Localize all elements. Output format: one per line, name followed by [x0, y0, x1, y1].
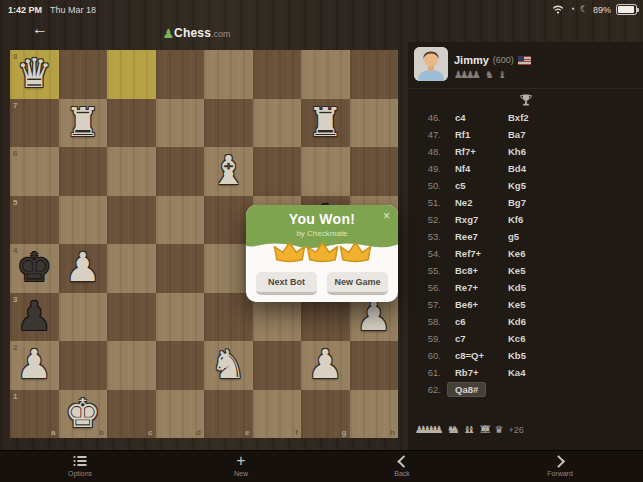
- game-panel: Jimmy (600) ♟♟♟♟♞♝ 46.c4Bxf247.Rf1Ba748.…: [408, 42, 643, 450]
- square-d3[interactable]: [156, 293, 205, 342]
- square-b7[interactable]: ♜: [59, 99, 108, 148]
- move-number: 62.: [418, 384, 441, 395]
- crown-icon: [338, 240, 373, 264]
- move-row: 57.Be6+Ke5: [408, 296, 643, 313]
- square-h1[interactable]: h: [350, 390, 399, 439]
- square-d2[interactable]: [156, 341, 205, 390]
- plus-icon: +: [236, 455, 245, 467]
- black-move[interactable]: Bd4: [508, 163, 526, 174]
- piece-white-bishop[interactable]: ♝: [210, 150, 246, 190]
- opponent-name[interactable]: Jimmy: [454, 54, 489, 66]
- piece-white-pawn[interactable]: ♟: [65, 247, 101, 287]
- move-row: 54.Ref7+Ke6: [408, 245, 643, 262]
- square-e6[interactable]: ♝: [204, 147, 253, 196]
- move-row: 47.Rf1Ba7: [408, 126, 643, 143]
- square-e3[interactable]: [204, 293, 253, 342]
- clock-time: 1:42 PM: [8, 5, 42, 15]
- black-move[interactable]: Ba7: [508, 129, 525, 140]
- square-f1[interactable]: f: [253, 390, 302, 439]
- back-label: Back: [394, 470, 410, 477]
- white-move[interactable]: c4: [455, 112, 508, 123]
- move-number: 47.: [418, 129, 441, 140]
- material-advantage: +26: [509, 425, 524, 435]
- captured-piece-group: ♝: [498, 69, 507, 80]
- square-f6[interactable]: [253, 147, 302, 196]
- square-g1[interactable]: g: [301, 390, 350, 439]
- white-move[interactable]: Nf4: [455, 163, 508, 174]
- move-number: 59.: [418, 333, 441, 344]
- white-move[interactable]: Bc8+: [455, 265, 508, 276]
- app-screen: 1:42 PM Thu Mar 18 ◔ ☾ 89% ← ♟Chess.com …: [0, 0, 643, 482]
- options-label: Options: [68, 470, 92, 477]
- black-move[interactable]: Ke5: [508, 265, 525, 276]
- options-button[interactable]: Options: [68, 454, 92, 477]
- black-move[interactable]: g5: [508, 231, 519, 242]
- square-b1[interactable]: b♚: [59, 390, 108, 439]
- battery-percent: 89%: [593, 5, 611, 15]
- square-h6[interactable]: [350, 147, 399, 196]
- piece-white-rook[interactable]: ♜: [65, 102, 101, 142]
- file-label-g: g: [342, 428, 347, 437]
- white-move[interactable]: c8=Q+: [455, 350, 508, 361]
- square-f7[interactable]: [253, 99, 302, 148]
- do-not-disturb-icon: ☾: [580, 5, 588, 14]
- white-move[interactable]: Rxg7: [455, 214, 508, 225]
- square-c6[interactable]: [107, 147, 156, 196]
- logo-text: Chess: [174, 26, 211, 40]
- captured-piece-group: ♟♟♟♟♟♟: [415, 424, 444, 435]
- chesscom-logo: ♟Chess.com: [0, 23, 393, 41]
- square-d6[interactable]: [156, 147, 205, 196]
- square-e8[interactable]: [204, 50, 253, 99]
- square-c2[interactable]: [107, 341, 156, 390]
- captured-piece-group: ♞♞: [447, 424, 460, 435]
- move-number: 57.: [418, 299, 441, 310]
- move-row: 46.c4Bxf2: [408, 109, 643, 126]
- file-label-f: f: [295, 428, 298, 437]
- black-move[interactable]: Kb5: [508, 350, 526, 361]
- white-move[interactable]: c6: [455, 316, 508, 327]
- square-a1[interactable]: 1a: [10, 390, 59, 439]
- white-move[interactable]: Rf1: [455, 129, 508, 140]
- square-e1[interactable]: e: [204, 390, 253, 439]
- rank-label-5: 5: [13, 198, 17, 207]
- piece-white-pawn[interactable]: ♟: [307, 344, 343, 384]
- square-a8[interactable]: 8♛: [10, 50, 59, 99]
- wifi-icon: [552, 5, 564, 14]
- clock-date: Thu Mar 18: [50, 5, 96, 15]
- white-move[interactable]: Re7+: [455, 282, 508, 293]
- move-list: 46.c4Bxf247.Rf1Ba748.Rf7+Kh649.Nf4Bd450.…: [408, 88, 643, 398]
- us-flag-icon: [518, 56, 531, 65]
- next-bot-button[interactable]: Next Bot: [256, 272, 317, 295]
- logo-tld: .com: [211, 29, 231, 39]
- square-b6[interactable]: [59, 147, 108, 196]
- rank-label-6: 6: [13, 149, 17, 158]
- black-move[interactable]: Kg5: [508, 180, 526, 191]
- white-move[interactable]: Ref7+: [455, 248, 508, 259]
- square-a7[interactable]: 7: [10, 99, 59, 148]
- file-label-h: h: [390, 428, 395, 437]
- status-bar: 1:42 PM Thu Mar 18 ◔ ☾ 89%: [0, 0, 643, 20]
- move-row: 59.c7Kc6: [408, 330, 643, 347]
- crown-icon: [272, 240, 307, 264]
- move-number: 53.: [418, 231, 441, 242]
- black-move[interactable]: Kd6: [508, 316, 526, 327]
- square-c5[interactable]: [107, 196, 156, 245]
- move-row: 48.Rf7+Kh6: [408, 143, 643, 160]
- piece-black-king[interactable]: ♚: [16, 247, 52, 287]
- move-row: 53.Ree7g5: [408, 228, 643, 245]
- piece-white-rook[interactable]: ♜: [307, 102, 343, 142]
- captured-piece-group: ♞: [485, 69, 494, 80]
- file-label-d: d: [196, 428, 201, 437]
- move-number: 61.: [418, 367, 441, 378]
- square-h2[interactable]: [350, 341, 399, 390]
- move-number: 48.: [418, 146, 441, 157]
- square-d4[interactable]: [156, 244, 205, 293]
- square-e7[interactable]: [204, 99, 253, 148]
- opponent-captured-pieces: ♟♟♟♟♞♝: [454, 69, 507, 80]
- chevron-right-icon: [552, 455, 565, 468]
- move-row: 55.Bc8+Ke5: [408, 262, 643, 279]
- move-number: 56.: [418, 282, 441, 293]
- move-row: 56.Re7+Kd5: [408, 279, 643, 296]
- options-list-icon: [73, 455, 87, 467]
- square-d1[interactable]: d: [156, 390, 205, 439]
- square-d5[interactable]: [156, 196, 205, 245]
- black-move[interactable]: Bg7: [508, 197, 526, 208]
- trophy-icon: [520, 94, 532, 107]
- new-game-button[interactable]: New Game: [327, 272, 388, 295]
- square-a6[interactable]: 6: [10, 147, 59, 196]
- square-a5[interactable]: 5: [10, 196, 59, 245]
- move-back-button[interactable]: Back: [394, 454, 410, 477]
- square-c4[interactable]: [107, 244, 156, 293]
- move-number: 52.: [418, 214, 441, 225]
- white-move[interactable]: Ne2: [455, 197, 508, 208]
- square-c3[interactable]: [107, 293, 156, 342]
- square-c8[interactable]: [107, 50, 156, 99]
- white-move[interactable]: Rb7+: [455, 367, 508, 378]
- black-move[interactable]: Kd5: [508, 282, 526, 293]
- move-number: 46.: [418, 112, 441, 123]
- crown-icon: [305, 240, 340, 264]
- square-a3[interactable]: 3♟: [10, 293, 59, 342]
- captured-piece-group: ♜♜: [479, 424, 492, 435]
- piece-white-pawn[interactable]: ♟: [16, 344, 52, 384]
- captured-piece-group: ♟♟♟♟: [454, 69, 481, 80]
- black-move[interactable]: Kh6: [508, 146, 526, 157]
- move-number: 49.: [418, 163, 441, 174]
- square-g6[interactable]: [301, 147, 350, 196]
- square-d8[interactable]: [156, 50, 205, 99]
- move-row: 61.Rb7+Ka4: [408, 364, 643, 381]
- black-move[interactable]: Kc6: [508, 333, 525, 344]
- captured-piece-group: ♛: [495, 424, 504, 435]
- close-icon[interactable]: ×: [383, 210, 390, 222]
- forward-label: Forward: [547, 470, 573, 477]
- move-row: 49.Nf4Bd4: [408, 160, 643, 177]
- square-b2[interactable]: [59, 341, 108, 390]
- move-row: 58.c6Kd6: [408, 313, 643, 330]
- file-label-e: e: [245, 428, 249, 437]
- new-label: New: [234, 470, 248, 477]
- white-move[interactable]: Qa8#: [455, 384, 508, 395]
- piece-white-queen[interactable]: ♛: [16, 53, 52, 93]
- square-h8[interactable]: [350, 50, 399, 99]
- opponent-rating: (600): [493, 55, 514, 65]
- move-forward-button[interactable]: Forward: [547, 454, 573, 477]
- square-d7[interactable]: [156, 99, 205, 148]
- white-move[interactable]: Ree7: [455, 231, 508, 242]
- move-row: 51.Ne2Bg7: [408, 194, 643, 211]
- square-f8[interactable]: [253, 50, 302, 99]
- piece-white-king[interactable]: ♚: [65, 393, 101, 433]
- square-a2[interactable]: 2♟: [10, 341, 59, 390]
- square-b3[interactable]: [59, 293, 108, 342]
- black-move[interactable]: Ka4: [508, 367, 525, 378]
- square-g8[interactable]: [301, 50, 350, 99]
- square-e2[interactable]: ♞: [204, 341, 253, 390]
- black-move[interactable]: Ke6: [508, 248, 525, 259]
- orientation-lock-icon: ◔: [569, 5, 574, 14]
- move-number: 51.: [418, 197, 441, 208]
- move-number: 58.: [418, 316, 441, 327]
- player-captured-pieces: ♟♟♟♟♟♟♞♞♝♝♜♜♛+26: [415, 424, 524, 435]
- logo-pawn-icon: ♟: [162, 26, 174, 41]
- new-game-toolbar-button[interactable]: + New: [234, 454, 248, 477]
- move-number: 50.: [418, 180, 441, 191]
- move-number: 54.: [418, 248, 441, 259]
- square-c7[interactable]: [107, 99, 156, 148]
- crowns-rating: [246, 240, 398, 264]
- dialog-title: You Won!: [246, 211, 398, 227]
- chevron-left-icon: [397, 455, 410, 468]
- black-move[interactable]: Ke5: [508, 299, 525, 310]
- black-move[interactable]: Bxf2: [508, 112, 529, 123]
- move-row: 62.Qa8#: [408, 381, 643, 398]
- square-b8[interactable]: [59, 50, 108, 99]
- square-g7[interactable]: ♜: [301, 99, 350, 148]
- square-b4[interactable]: ♟: [59, 244, 108, 293]
- rank-label-7: 7: [13, 101, 17, 110]
- move-number: 55.: [418, 265, 441, 276]
- white-move[interactable]: c7: [455, 333, 508, 344]
- file-label-c: c: [148, 428, 152, 437]
- move-number: 60.: [418, 350, 441, 361]
- piece-black-pawn[interactable]: ♟: [16, 296, 52, 336]
- white-move[interactable]: Rf7+: [455, 146, 508, 157]
- opponent-avatar[interactable]: [414, 47, 448, 81]
- move-row: 60.c8=Q+Kb5: [408, 347, 643, 364]
- move-row: 50.c5Kg5: [408, 177, 643, 194]
- rank-label-1: 1: [13, 392, 17, 401]
- square-f2[interactable]: [253, 341, 302, 390]
- piece-white-knight[interactable]: ♞: [210, 344, 246, 384]
- square-b5[interactable]: [59, 196, 108, 245]
- game-over-dialog: You Won! by Checkmate × Next Bot New Gam…: [246, 205, 398, 302]
- white-move[interactable]: Be6+: [455, 299, 508, 310]
- square-h7[interactable]: [350, 99, 399, 148]
- bottom-toolbar: Options + New Back Forward: [0, 450, 643, 482]
- black-move[interactable]: Kf6: [508, 214, 523, 225]
- avatar-illustration: [414, 47, 448, 81]
- square-c1[interactable]: c: [107, 390, 156, 439]
- move-row: 52.Rxg7Kf6: [408, 211, 643, 228]
- square-a4[interactable]: 4♚: [10, 244, 59, 293]
- dialog-subtitle: by Checkmate: [246, 229, 398, 238]
- square-g2[interactable]: ♟: [301, 341, 350, 390]
- white-move[interactable]: c5: [455, 180, 508, 191]
- file-label-a: a: [51, 428, 55, 437]
- battery-icon: [616, 4, 637, 15]
- captured-piece-group: ♝♝: [463, 424, 476, 435]
